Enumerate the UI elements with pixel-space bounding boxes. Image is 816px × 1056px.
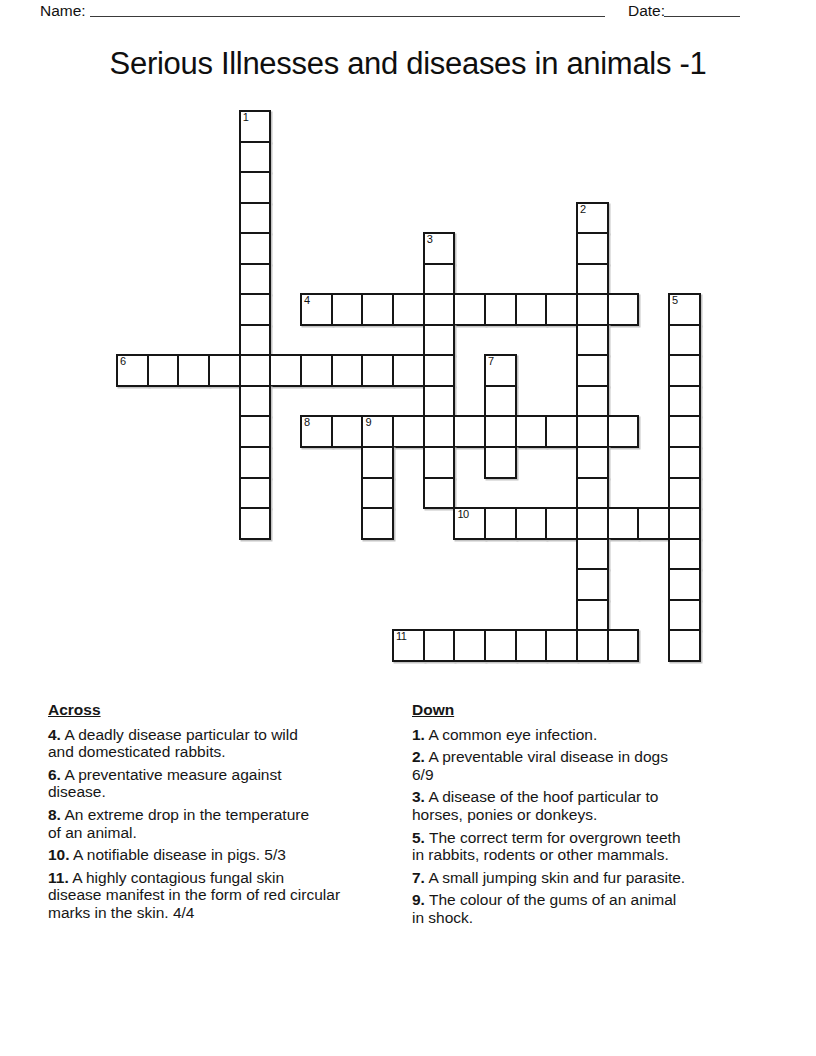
grid-cell-r13c11[interactable]: 10 [453, 507, 486, 540]
grid-cell-r17c9[interactable]: 11 [392, 629, 425, 662]
clue-down-3: 3. A disease of the hoof particular toho… [412, 788, 768, 823]
grid-cell-r3c15[interactable]: 2 [576, 202, 609, 235]
clue-number-9: 9 [365, 417, 371, 429]
grid-cell-r10c7[interactable] [331, 415, 364, 448]
grid-cell-r6c14[interactable] [545, 293, 578, 326]
grid-cell-r10c6[interactable]: 8 [300, 415, 333, 448]
grid-cell-r17c12[interactable] [484, 629, 517, 662]
grid-cell-r12c8[interactable] [361, 477, 394, 510]
grid-cell-r10c8[interactable]: 9 [361, 415, 394, 448]
grid-cell-r8c12[interactable]: 7 [484, 354, 517, 387]
grid-cell-r7c18[interactable] [668, 324, 701, 357]
grid-cell-r10c16[interactable] [607, 415, 640, 448]
grid-cell-r3c4[interactable] [239, 202, 272, 235]
grid-cell-r17c10[interactable] [423, 629, 456, 662]
grid-cell-r13c8[interactable] [361, 507, 394, 540]
grid-cell-r17c13[interactable] [515, 629, 548, 662]
grid-cell-r13c13[interactable] [515, 507, 548, 540]
grid-cell-r7c10[interactable] [423, 324, 456, 357]
grid-cell-r16c15[interactable] [576, 599, 609, 632]
grid-cell-r16c18[interactable] [668, 599, 701, 632]
grid-cell-r5c4[interactable] [239, 263, 272, 296]
grid-cell-r10c18[interactable] [668, 415, 701, 448]
clue-number-1: 1 [243, 112, 249, 124]
grid-cell-r6c6[interactable]: 4 [300, 293, 333, 326]
grid-cell-r8c7[interactable] [331, 354, 364, 387]
grid-cell-r15c15[interactable] [576, 568, 609, 601]
grid-cell-r12c15[interactable] [576, 477, 609, 510]
grid-cell-r17c11[interactable] [453, 629, 486, 662]
grid-cell-r7c15[interactable] [576, 324, 609, 357]
grid-cell-r11c10[interactable] [423, 446, 456, 479]
grid-cell-r6c13[interactable] [515, 293, 548, 326]
clue-across-11: 11. A highly contagious fungal skindisea… [48, 869, 420, 922]
grid-cell-r4c10[interactable]: 3 [423, 232, 456, 265]
clue-across-8: 8. An extreme drop in the temperatureof … [48, 806, 420, 841]
across-clues-list: 4. A deadly disease particular to wildan… [48, 726, 420, 922]
grid-cell-r9c10[interactable] [423, 385, 456, 418]
grid-cell-r8c15[interactable] [576, 354, 609, 387]
grid-cell-r4c4[interactable] [239, 232, 272, 265]
crossword-grid: 1234567891011 [117, 111, 700, 661]
grid-cell-r17c15[interactable] [576, 629, 609, 662]
clue-across-10: 10. A notifiable disease in pigs. 5/3 [48, 846, 420, 864]
grid-cell-r6c8[interactable] [361, 293, 394, 326]
grid-cell-r13c12[interactable] [484, 507, 517, 540]
grid-cell-r7c4[interactable] [239, 324, 272, 357]
grid-cell-r9c4[interactable] [239, 385, 272, 418]
grid-cell-r10c14[interactable] [545, 415, 578, 448]
grid-cell-r15c18[interactable] [668, 568, 701, 601]
grid-cell-r2c4[interactable] [239, 171, 272, 204]
grid-cell-r14c18[interactable] [668, 538, 701, 571]
grid-cell-r6c16[interactable] [607, 293, 640, 326]
grid-cell-r6c10[interactable] [423, 293, 456, 326]
grid-cell-r8c6[interactable] [300, 354, 333, 387]
grid-cell-r12c4[interactable] [239, 477, 272, 510]
grid-cell-r12c18[interactable] [668, 477, 701, 510]
grid-cell-r10c15[interactable] [576, 415, 609, 448]
clue-number-8: 8 [304, 417, 310, 429]
grid-cell-r17c18[interactable] [668, 629, 701, 662]
name-field-line[interactable] [90, 16, 605, 17]
clue-number-11: 11 [396, 631, 406, 643]
grid-cell-r13c16[interactable] [607, 507, 640, 540]
clue-number-6: 6 [120, 356, 126, 368]
clue-down-7: 7. A small jumping skin and fur parasite… [412, 869, 768, 887]
clue-number-4: 4 [304, 295, 310, 307]
grid-cell-r10c11[interactable] [453, 415, 486, 448]
grid-cell-r17c14[interactable] [545, 629, 578, 662]
clue-number-5: 5 [672, 295, 678, 307]
grid-cell-r13c4[interactable] [239, 507, 272, 540]
clue-down-9: 9. The colour of the gums of an animalin… [412, 891, 768, 926]
grid-cell-r11c18[interactable] [668, 446, 701, 479]
clue-across-4: 4. A deadly disease particular to wildan… [48, 726, 420, 761]
clue-number-7: 7 [488, 356, 494, 368]
grid-cell-r13c14[interactable] [545, 507, 578, 540]
down-clues-list: 1. A common eye infection.2. A preventab… [412, 726, 768, 927]
down-clues-section: Down 1. A common eye infection.2. A prev… [412, 701, 768, 932]
grid-cell-r10c9[interactable] [392, 415, 425, 448]
grid-cell-r1c4[interactable] [239, 141, 272, 174]
grid-cell-r5c10[interactable] [423, 263, 456, 296]
grid-cell-r9c15[interactable] [576, 385, 609, 418]
down-heading: Down [412, 701, 768, 719]
clue-down-1: 1. A common eye infection. [412, 726, 768, 744]
grid-cell-r10c4[interactable] [239, 415, 272, 448]
grid-cell-r0c4[interactable]: 1 [239, 110, 272, 143]
grid-cell-r12c10[interactable] [423, 477, 456, 510]
grid-cell-r13c17[interactable] [637, 507, 670, 540]
grid-cell-r8c8[interactable] [361, 354, 394, 387]
grid-cell-r8c5[interactable] [269, 354, 302, 387]
grid-cell-r11c12[interactable] [484, 446, 517, 479]
grid-cell-r11c4[interactable] [239, 446, 272, 479]
grid-cell-r6c18[interactable]: 5 [668, 293, 701, 326]
clue-across-6: 6. A preventative measure againstdisease… [48, 766, 420, 801]
grid-cell-r9c18[interactable] [668, 385, 701, 418]
grid-cell-r13c15[interactable] [576, 507, 609, 540]
grid-cell-r4c15[interactable] [576, 232, 609, 265]
grid-cell-r6c12[interactable] [484, 293, 517, 326]
name-label: Name: [40, 2, 86, 20]
grid-cell-r14c15[interactable] [576, 538, 609, 571]
grid-cell-r6c11[interactable] [453, 293, 486, 326]
grid-cell-r11c8[interactable] [361, 446, 394, 479]
grid-cell-r10c12[interactable] [484, 415, 517, 448]
page-title: Serious Illnesses and diseases in animal… [0, 46, 816, 82]
grid-cell-r8c3[interactable] [208, 354, 241, 387]
grid-cell-r8c10[interactable] [423, 354, 456, 387]
date-label: Date: [628, 2, 665, 20]
grid-cell-r5c15[interactable] [576, 263, 609, 296]
grid-cell-r9c12[interactable] [484, 385, 517, 418]
grid-cell-r8c1[interactable] [147, 354, 180, 387]
grid-cell-r6c4[interactable] [239, 293, 272, 326]
across-heading: Across [48, 701, 420, 719]
clue-down-5: 5. The correct term for overgrown teethi… [412, 829, 768, 864]
grid-cell-r6c15[interactable] [576, 293, 609, 326]
grid-cell-r8c9[interactable] [392, 354, 425, 387]
grid-cell-r10c13[interactable] [515, 415, 548, 448]
across-clues-section: Across 4. A deadly disease particular to… [48, 701, 420, 927]
grid-cell-r10c10[interactable] [423, 415, 456, 448]
grid-cell-r13c18[interactable] [668, 507, 701, 540]
grid-cell-r11c15[interactable] [576, 446, 609, 479]
grid-cell-r6c9[interactable] [392, 293, 425, 326]
grid-cell-r8c0[interactable]: 6 [116, 354, 149, 387]
clue-number-10: 10 [457, 509, 468, 521]
grid-cell-r6c7[interactable] [331, 293, 364, 326]
grid-cell-r8c4[interactable] [239, 354, 272, 387]
date-field-line[interactable] [664, 16, 740, 17]
clue-number-2: 2 [580, 204, 586, 216]
clue-number-3: 3 [427, 234, 433, 246]
clue-down-2: 2. A preventable viral disease in dogs6/… [412, 748, 768, 783]
grid-cell-r8c2[interactable] [177, 354, 210, 387]
grid-cell-r8c18[interactable] [668, 354, 701, 387]
grid-cell-r17c16[interactable] [607, 629, 640, 662]
